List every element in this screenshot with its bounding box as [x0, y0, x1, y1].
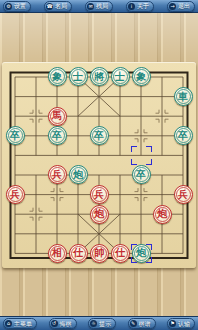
gear-icon: ⚙ [5, 3, 12, 10]
piece-red-仕-r9c3[interactable]: 仕 [69, 244, 88, 263]
piece-character: 士 [73, 72, 83, 82]
piece-black-士-r0c3[interactable]: 士 [69, 67, 88, 86]
piece-character: 卒 [178, 131, 188, 141]
piece-character: 象 [136, 72, 146, 82]
exit-icon: → [169, 3, 176, 10]
last-move-marker [131, 146, 152, 165]
piece-red-炮-r7c7[interactable]: 炮 [153, 205, 172, 224]
piece-character: 仕 [115, 248, 125, 258]
button-label: 退出 [178, 3, 190, 9]
settings-button[interactable]: ⚙设置 [3, 1, 31, 12]
piece-character: 兵 [10, 190, 20, 200]
piece-character: 相 [52, 248, 62, 258]
piece-black-卒-r3c0[interactable]: 卒 [6, 126, 25, 145]
edit-icon: ✎ [130, 320, 137, 327]
famous-games-button[interactable]: ☎名局 [44, 1, 72, 12]
piece-black-車-r1c8[interactable]: 車 [174, 87, 193, 106]
piece-red-馬-r2c2[interactable]: 馬 [48, 107, 67, 126]
piece-black-將-r0c4[interactable]: 將 [90, 67, 109, 86]
main-menu-button[interactable]: ⌂主菜单 [3, 318, 37, 329]
undo-icon: ↺ [51, 320, 58, 327]
piece-black-卒-r3c2[interactable]: 卒 [48, 126, 67, 145]
exit-button[interactable]: →退出 [167, 1, 195, 12]
piece-red-兵-r5c2[interactable]: 兵 [48, 165, 67, 184]
home-icon: ⌂ [5, 320, 12, 327]
piece-character: 將 [94, 72, 104, 82]
flag-icon: ⚑ [169, 320, 176, 327]
piece-character: 炮 [73, 170, 83, 180]
piece-black-士-r0c5[interactable]: 士 [111, 67, 130, 86]
piece-black-卒-r3c4[interactable]: 卒 [90, 126, 109, 145]
piece-character: 士 [115, 72, 125, 82]
about-button[interactable]: i关于 [126, 1, 154, 12]
hint-icon: ☼ [90, 320, 97, 327]
piece-black-象-r0c6[interactable]: 象 [132, 67, 151, 86]
button-label: 关于 [137, 3, 149, 9]
piece-character: 炮 [94, 209, 104, 219]
mail-icon: ✉ [87, 3, 94, 10]
chat-icon: ☎ [46, 3, 53, 10]
top-toolbar: ⚙设置☎名局✉残局i关于→退出 [0, 0, 198, 13]
endgame-button[interactable]: ✉残局 [85, 1, 113, 12]
piece-character: 帥 [94, 248, 104, 258]
piece-character: 卒 [136, 170, 146, 180]
board-grid[interactable]: 象士將士象車馬卒卒卒卒兵炮卒兵兵兵炮炮相仕帥仕炮 [5, 67, 194, 263]
piece-red-兵-r6c4[interactable]: 兵 [90, 185, 109, 204]
piece-character: 車 [178, 92, 188, 102]
notation-button[interactable]: ✎棋谱 [128, 318, 156, 329]
piece-character: 卒 [52, 131, 62, 141]
button-label: 设置 [14, 3, 26, 9]
app-window: ⚙设置☎名局✉残局i关于→退出 象士將士象車馬卒卒卒卒兵炮卒兵兵兵炮炮相仕帥仕炮… [0, 0, 198, 330]
piece-red-炮-r7c4[interactable]: 炮 [90, 205, 109, 224]
piece-character: 仕 [73, 248, 83, 258]
piece-red-帥-r9c4[interactable]: 帥 [90, 244, 109, 263]
button-label: 棋谱 [139, 321, 151, 327]
piece-character: 馬 [52, 111, 62, 121]
piece-red-兵-r6c0[interactable]: 兵 [6, 185, 25, 204]
piece-black-炮-r5c3[interactable]: 炮 [69, 165, 88, 184]
button-label: 悔棋 [60, 321, 72, 327]
piece-character: 兵 [178, 190, 188, 200]
button-label: 提示 [99, 321, 111, 327]
button-label: 残局 [96, 3, 108, 9]
piece-character: 兵 [52, 170, 62, 180]
resign-button[interactable]: ⚑认输 [167, 318, 195, 329]
hint-button[interactable]: ☼提示 [88, 318, 116, 329]
button-label: 名局 [55, 3, 67, 9]
piece-character: 兵 [94, 190, 104, 200]
piece-black-卒-r5c6[interactable]: 卒 [132, 165, 151, 184]
undo-button[interactable]: ↺悔棋 [49, 318, 77, 329]
info-icon: i [128, 3, 135, 10]
piece-character: 卒 [94, 131, 104, 141]
piece-black-卒-r3c8[interactable]: 卒 [174, 126, 193, 145]
piece-character: 炮 [136, 248, 146, 258]
piece-character: 炮 [157, 209, 167, 219]
bottom-toolbar: ⌂主菜单↺悔棋☼提示✎棋谱⚑认输 [0, 316, 198, 330]
piece-character: 象 [52, 72, 62, 82]
piece-black-象-r0c2[interactable]: 象 [48, 67, 67, 86]
piece-red-相-r9c2[interactable]: 相 [48, 244, 67, 263]
piece-red-仕-r9c5[interactable]: 仕 [111, 244, 130, 263]
button-label: 主菜单 [14, 321, 32, 327]
piece-character: 卒 [10, 131, 20, 141]
button-label: 认输 [178, 321, 190, 327]
piece-black-炮-r9c6[interactable]: 炮 [132, 244, 151, 263]
piece-red-兵-r6c8[interactable]: 兵 [174, 185, 193, 204]
